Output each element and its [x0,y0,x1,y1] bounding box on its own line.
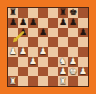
white-pawn[interactable]: ♟ [59,67,67,76]
square-d5[interactable] [38,37,48,47]
white-pawn[interactable]: ♟ [29,57,37,66]
square-g2[interactable]: ♚ [68,67,78,77]
black-pawn[interactable]: ♟ [39,28,47,37]
black-pawn[interactable]: ♟ [9,18,17,27]
square-b8[interactable] [18,8,28,18]
square-g5[interactable] [68,37,78,47]
square-e5[interactable] [48,37,58,47]
square-e7[interactable] [48,18,58,28]
black-rook[interactable]: ♜ [9,8,17,17]
square-d4[interactable]: ♟ [38,47,48,57]
black-pawn[interactable]: ♟ [79,28,87,37]
square-a7[interactable]: ♟ [8,18,18,28]
square-b3[interactable] [18,57,28,67]
white-pawn[interactable]: ♟ [9,47,17,56]
square-c1[interactable] [28,76,38,86]
square-g1[interactable] [68,76,78,86]
square-g7[interactable]: ♟ [68,18,78,28]
black-pawn[interactable]: ♟ [19,18,27,27]
square-h1[interactable] [78,76,88,86]
square-b2[interactable] [18,67,28,77]
square-e6[interactable] [48,28,58,38]
square-b1[interactable] [18,76,28,86]
square-b4[interactable]: ♟ [18,47,28,57]
square-g8[interactable]: ♚ [68,8,78,18]
square-e2[interactable] [48,67,58,77]
square-f5[interactable] [58,37,68,47]
square-a5[interactable] [8,37,18,47]
square-h3[interactable] [78,57,88,67]
square-c7[interactable]: ♟ [28,18,38,28]
square-a1[interactable]: ♜ [8,76,18,86]
square-c3[interactable]: ♟ [28,57,38,67]
white-pawn[interactable]: ♟ [79,67,87,76]
square-g3[interactable]: ♟ [68,57,78,67]
square-h7[interactable] [78,18,88,28]
square-f4[interactable] [58,47,68,57]
square-f2[interactable]: ♟ [58,67,68,77]
square-d1[interactable] [38,76,48,86]
board-frame: ♜♜♚♟♟♟♟♟♟♟♟♟♟♟♟♞♟♟♚♟♜♜ [0,0,96,94]
square-c8[interactable] [28,8,38,18]
square-h8[interactable] [78,8,88,18]
square-c6[interactable] [28,28,38,38]
square-b6[interactable]: ♟ [18,28,28,38]
white-pawn[interactable]: ♟ [19,47,27,56]
square-d8[interactable] [38,8,48,18]
white-rook[interactable]: ♜ [59,76,67,85]
square-f6[interactable] [58,28,68,38]
white-rook[interactable]: ♜ [9,76,17,85]
square-d3[interactable] [38,57,48,67]
black-pawn[interactable]: ♟ [19,28,27,37]
square-a6[interactable] [8,28,18,38]
square-f7[interactable]: ♟ [58,18,68,28]
square-g6[interactable] [68,28,78,38]
square-a4[interactable]: ♟ [8,47,18,57]
square-g4[interactable] [68,47,78,57]
square-f1[interactable]: ♜ [58,76,68,86]
square-a3[interactable] [8,57,18,67]
square-a2[interactable] [8,67,18,77]
square-d6[interactable]: ♟ [38,28,48,38]
square-e3[interactable] [48,57,58,67]
black-rook[interactable]: ♜ [59,8,67,17]
white-pawn[interactable]: ♟ [39,47,47,56]
black-pawn[interactable]: ♟ [69,18,77,27]
square-c4[interactable] [28,47,38,57]
chess-board[interactable]: ♜♜♚♟♟♟♟♟♟♟♟♟♟♟♟♞♟♟♚♟♜♜ [8,8,88,86]
square-d7[interactable] [38,18,48,28]
square-b5[interactable] [18,37,28,47]
square-f3[interactable]: ♞ [58,57,68,67]
square-h6[interactable]: ♟ [78,28,88,38]
black-king[interactable]: ♚ [69,8,77,17]
square-c5[interactable] [28,37,38,47]
square-e8[interactable] [48,8,58,18]
black-pawn[interactable]: ♟ [29,18,37,27]
black-pawn[interactable]: ♟ [59,18,67,27]
square-h4[interactable] [78,47,88,57]
white-knight[interactable]: ♞ [59,57,67,66]
square-h2[interactable]: ♟ [78,67,88,77]
white-king[interactable]: ♚ [69,67,77,76]
square-e4[interactable] [48,47,58,57]
square-f8[interactable]: ♜ [58,8,68,18]
square-c2[interactable] [28,67,38,77]
white-pawn[interactable]: ♟ [69,57,77,66]
square-b7[interactable]: ♟ [18,18,28,28]
square-a8[interactable]: ♜ [8,8,18,18]
square-h5[interactable] [78,37,88,47]
square-e1[interactable] [48,76,58,86]
square-d2[interactable] [38,67,48,77]
board-border: ♜♜♚♟♟♟♟♟♟♟♟♟♟♟♟♞♟♟♚♟♜♜ [7,7,89,87]
